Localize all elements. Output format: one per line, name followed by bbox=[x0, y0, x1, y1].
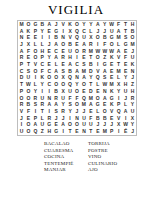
grid-cell-r7c13: G bbox=[101, 61, 108, 68]
grid-cell-r7c12: I bbox=[94, 61, 101, 68]
grid-cell-r14c2: F bbox=[25, 108, 32, 115]
grid-cell-r4c12: I bbox=[94, 41, 101, 48]
grid-cell-r11c12: E bbox=[94, 88, 101, 95]
grid-cell-r14c16: A bbox=[122, 108, 129, 115]
grid-cell-r7c3: V bbox=[32, 61, 39, 68]
grid-cell-r7c9: C bbox=[74, 61, 81, 68]
grid-cell-r1c3: G bbox=[32, 21, 39, 28]
grid-cell-r11c7: X bbox=[60, 88, 67, 95]
grid-cell-r4c6: A bbox=[53, 41, 60, 48]
grid-cell-r14c14: V bbox=[108, 108, 115, 115]
grid-cell-r4c3: L bbox=[32, 41, 39, 48]
grid-cell-r7c1: P bbox=[18, 61, 25, 68]
grid-cell-r17c5: H bbox=[46, 128, 53, 135]
grid-cell-r14c4: T bbox=[39, 108, 46, 115]
grid-cell-r17c2: O bbox=[25, 128, 32, 135]
grid-cell-r14c9: J bbox=[74, 108, 81, 115]
grid-cell-r4c15: L bbox=[115, 41, 122, 48]
word-list-item: TENTEMPIÉ bbox=[44, 161, 74, 168]
grid-cell-r17c9: E bbox=[74, 128, 81, 135]
word-list-item: POSTRE bbox=[88, 148, 117, 155]
grid-cell-r4c16: G bbox=[122, 41, 129, 48]
grid-cell-r1c7: V bbox=[60, 21, 67, 28]
grid-cell-r11c10: E bbox=[80, 88, 87, 95]
grid-cell-r17c12: E bbox=[94, 128, 101, 135]
grid-cell-r17c4: Z bbox=[39, 128, 46, 135]
grid-cell-r14c3: I bbox=[32, 108, 39, 115]
grid-cell-r4c8: B bbox=[67, 41, 74, 48]
grid-cell-r4c1: J bbox=[18, 41, 25, 48]
grid-cell-r1c16: T bbox=[122, 21, 129, 28]
grid-cell-r7c8: A bbox=[67, 61, 74, 68]
grid-cell-r11c3: Y bbox=[32, 88, 39, 95]
grid-cell-r14c15: Q bbox=[115, 108, 122, 115]
grid-cell-r17c3: Q bbox=[32, 128, 39, 135]
grid-cell-r11c5: I bbox=[46, 88, 53, 95]
grid-cell-r17c13: M bbox=[101, 128, 108, 135]
grid-cell-r7c14: E bbox=[108, 61, 115, 68]
word-list-item: MANJAR bbox=[44, 167, 74, 174]
grid-cell-r1c4: B bbox=[39, 21, 46, 28]
grid-cell-r14c5: I bbox=[46, 108, 53, 115]
grid-cell-r11c14: K bbox=[108, 88, 115, 95]
grid-cell-r1c10: Y bbox=[80, 21, 87, 28]
grid-cell-r17c10: N bbox=[80, 128, 87, 135]
grid-cell-r17c15: I bbox=[115, 128, 122, 135]
grid-cell-r1c11: Y bbox=[87, 21, 94, 28]
grid-cell-r14c6: S bbox=[53, 108, 60, 115]
grid-cell-r14c10: J bbox=[80, 108, 87, 115]
grid-cell-r1c8: K bbox=[67, 21, 74, 28]
grid-cell-r11c4: I bbox=[39, 88, 46, 95]
word-list-item: VINO bbox=[88, 154, 117, 161]
grid-cell-r11c2: O bbox=[25, 88, 32, 95]
grid-cell-r4c17: M bbox=[129, 41, 136, 48]
grid-cell-r17c11: T bbox=[87, 128, 94, 135]
grid-cell-r11c13: N bbox=[101, 88, 108, 95]
grid-cell-r14c12: L bbox=[94, 108, 101, 115]
word-list-item: AJO bbox=[88, 167, 117, 174]
word-list-item: COCINA bbox=[44, 154, 74, 161]
word-list-column-2: TORRIJAPOSTREVINOCULINARIOAJO bbox=[88, 141, 117, 174]
grid-cell-r1c9: O bbox=[74, 21, 81, 28]
grid-cell-r11c17: H bbox=[129, 88, 136, 95]
word-list-item: TORRIJA bbox=[88, 141, 117, 148]
grid-cell-r17c1: U bbox=[18, 128, 25, 135]
grid-cell-r14c7: R bbox=[60, 108, 67, 115]
grid-cell-r4c4: L bbox=[39, 41, 46, 48]
grid-cell-r4c9: E bbox=[74, 41, 81, 48]
grid-cell-r4c14: O bbox=[108, 41, 115, 48]
grid-cell-r14c13: O bbox=[101, 108, 108, 115]
grid-cell-r14c17: U bbox=[129, 108, 136, 115]
grid-cell-r4c13: F bbox=[101, 41, 108, 48]
grid-cell-r11c6: B bbox=[53, 88, 60, 95]
grid-cell-r4c10: A bbox=[80, 41, 87, 48]
grid-cell-r7c10: S bbox=[80, 61, 87, 68]
grid-cell-r17c7: I bbox=[60, 128, 67, 135]
grid-cell-r1c14: W bbox=[108, 21, 115, 28]
grid-cell-r7c4: C bbox=[39, 61, 46, 68]
grid-cell-r17c16: É bbox=[122, 128, 129, 135]
grid-cell-r4c5: J bbox=[46, 41, 53, 48]
grid-cell-r1c17: H bbox=[129, 21, 136, 28]
grid-cell-r1c5: A bbox=[46, 21, 53, 28]
grid-cell-r11c11: D bbox=[87, 88, 94, 95]
grid-cell-r1c15: F bbox=[115, 21, 122, 28]
grid-cell-r7c7: E bbox=[60, 61, 67, 68]
grid-cell-r1c13: Y bbox=[101, 21, 108, 28]
grid-cell-r11c15: Y bbox=[115, 88, 122, 95]
grid-cell-r4c11: R bbox=[87, 41, 94, 48]
word-list-item: BACALAO bbox=[44, 141, 74, 148]
word-list-column-1: BACALAOCUARESMACOCINATENTEMPIÉMANJAR bbox=[44, 141, 74, 174]
grid-cell-r7c5: E bbox=[46, 61, 53, 68]
word-search-grid: MOGBAJVKOYYAYWFTHAKPYEGIXQCLJJUATBNEEIIB… bbox=[17, 20, 137, 136]
grid-cell-r7c2: T bbox=[25, 61, 32, 68]
grid-cell-r1c1: M bbox=[18, 21, 25, 28]
grid-cell-r17c17: J bbox=[129, 128, 136, 135]
grid-cell-r14c1: V bbox=[18, 108, 25, 115]
grid-cell-r17c8: T bbox=[67, 128, 74, 135]
word-list-item: CUARESMA bbox=[44, 148, 74, 155]
grid-cell-r1c2: O bbox=[25, 21, 32, 28]
grid-cell-r11c1: P bbox=[18, 88, 25, 95]
grid-cell-r14c8: Y bbox=[67, 108, 74, 115]
grid-cell-r1c12: A bbox=[94, 21, 101, 28]
grid-cell-r14c11: E bbox=[87, 108, 94, 115]
grid-cell-r7c6: L bbox=[53, 61, 60, 68]
grid-cell-r11c9: O bbox=[74, 88, 81, 95]
grid-cell-r11c16: U bbox=[122, 88, 129, 95]
grid-cell-r7c17: K bbox=[129, 61, 136, 68]
grid-cell-r4c7: O bbox=[60, 41, 67, 48]
puzzle-title: VIGILIA bbox=[0, 2, 152, 18]
word-list-item: CULINARIO bbox=[88, 161, 117, 168]
grid-cell-r17c6: G bbox=[53, 128, 60, 135]
grid-cell-r4c2: X bbox=[25, 41, 32, 48]
grid-cell-r11c8: U bbox=[67, 88, 74, 95]
grid-cell-r17c14: P bbox=[108, 128, 115, 135]
grid-cell-r7c16: E bbox=[122, 61, 129, 68]
grid-cell-r1c6: J bbox=[53, 21, 60, 28]
grid-cell-r7c15: T bbox=[115, 61, 122, 68]
grid-cell-r7c11: B bbox=[87, 61, 94, 68]
